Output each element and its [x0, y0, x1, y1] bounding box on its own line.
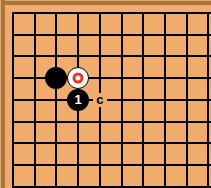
board-frame-top — [0, 0, 211, 5]
board-frame-left — [0, 0, 5, 188]
black-stone-C16 — [45, 67, 67, 89]
black-stone-D15: 1 — [67, 89, 89, 111]
grid-line-horizontal-8 — [12, 186, 211, 188]
grid-line-horizontal-3 — [12, 77, 211, 79]
move-number: 1 — [74, 93, 81, 106]
grid-line-horizontal-5 — [12, 121, 211, 123]
grid-line-horizontal-6 — [12, 142, 211, 144]
grid-line-horizontal-2 — [12, 55, 211, 57]
grid-line-horizontal-4 — [12, 99, 211, 101]
grid-line-horizontal-0 — [12, 12, 211, 14]
white-stone-D16 — [67, 67, 89, 89]
red-circle-marker — [73, 73, 84, 84]
grid-line-horizontal-7 — [12, 164, 211, 166]
go-board-diagram: 1c — [0, 0, 211, 188]
grid-line-horizontal-1 — [12, 34, 211, 36]
point-label-c: c — [93, 93, 107, 107]
